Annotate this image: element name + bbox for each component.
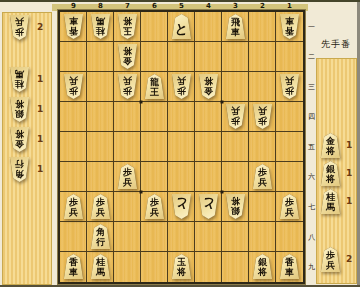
sente-piece-桂馬[interactable]: 桂馬 [90, 254, 111, 279]
square-4-8[interactable] [195, 222, 222, 252]
piece-kanji: 角行 [96, 228, 105, 247]
square-2-2[interactable] [249, 42, 276, 72]
piece-kanji: 香車 [285, 258, 294, 277]
square-4-4[interactable] [195, 102, 222, 132]
square-8-3[interactable] [87, 72, 114, 102]
piece-kanji: と [175, 22, 188, 35]
piece-kanji: 飛車 [231, 18, 240, 37]
piece-face: 歩兵 [279, 74, 300, 99]
piece-face: 香車 [63, 14, 84, 39]
piece-face: 桂馬 [320, 189, 341, 214]
square-6-9[interactable] [141, 252, 168, 282]
gote-piece-金将[interactable]: 金将 [9, 127, 30, 152]
square-3-3[interactable] [222, 72, 249, 102]
piece-kanji: 金将 [123, 46, 132, 65]
gote-piece-歩兵[interactable]: 歩兵 [279, 74, 300, 99]
piece-face: 飛車 [225, 14, 246, 39]
piece-kanji: 歩兵 [258, 168, 267, 187]
square-9-2[interactable] [60, 42, 87, 72]
gote-piece-桂馬[interactable]: 桂馬 [9, 67, 30, 92]
piece-face: 銀将 [320, 161, 341, 186]
hoshi-dot [140, 101, 143, 104]
square-3-8[interactable] [222, 222, 249, 252]
piece-kanji: 歩兵 [258, 106, 267, 125]
gote-hand-count-角行: 1 [37, 164, 51, 174]
square-5-5[interactable] [168, 132, 195, 162]
piece-face: 香車 [279, 254, 300, 279]
shogi-app-window: 987654321 一二三四五六七八九 先手番 香車桂馬玉将と飛車香車金将歩兵歩… [0, 0, 360, 287]
piece-face: と [171, 194, 192, 219]
piece-kanji: 金将 [15, 129, 24, 148]
piece-kanji: 歩兵 [69, 76, 78, 95]
piece-face: 歩兵 [320, 247, 341, 272]
piece-kanji: 桂馬 [326, 193, 335, 212]
piece-face: 角行 [90, 224, 111, 249]
sente-piece-龍王[interactable]: 龍王 [144, 74, 165, 99]
square-9-5[interactable] [60, 132, 87, 162]
square-2-1[interactable] [249, 12, 276, 42]
piece-face: 歩兵 [9, 15, 30, 40]
piece-kanji: と [175, 199, 188, 212]
square-9-6[interactable] [60, 162, 87, 192]
piece-face: 歩兵 [63, 74, 84, 99]
square-4-6[interactable] [195, 162, 222, 192]
piece-kanji: 香車 [69, 258, 78, 277]
square-5-2[interactable] [168, 42, 195, 72]
square-6-2[interactable] [141, 42, 168, 72]
sente-piece-銀将[interactable]: 銀将 [320, 161, 341, 186]
piece-face: 桂馬 [9, 67, 30, 92]
sente-piece-歩兵[interactable]: 歩兵 [279, 194, 300, 219]
piece-face: 歩兵 [252, 164, 273, 189]
piece-kanji: 金将 [326, 137, 335, 156]
piece-kanji: 桂馬 [96, 258, 105, 277]
square-1-8[interactable] [276, 222, 303, 252]
hoshi-dot [221, 191, 224, 194]
sente-piece-と[interactable]: と [171, 14, 192, 39]
piece-face: 銀将 [9, 97, 30, 122]
sente-piece-香車[interactable]: 香車 [279, 254, 300, 279]
square-7-9[interactable] [114, 252, 141, 282]
piece-face: 桂馬 [90, 254, 111, 279]
square-5-8[interactable] [168, 222, 195, 252]
sente-piece-玉将[interactable]: 玉将 [171, 254, 192, 279]
piece-face: 金将 [320, 133, 341, 158]
sente-piece-角行[interactable]: 角行 [90, 224, 111, 249]
sente-piece-歩兵[interactable]: 歩兵 [117, 164, 138, 189]
piece-kanji: 桂馬 [15, 69, 24, 88]
piece-kanji: 桂馬 [96, 16, 105, 35]
sente-piece-金将[interactable]: 金将 [320, 133, 341, 158]
piece-face: 香車 [279, 14, 300, 39]
piece-kanji: 龍王 [150, 78, 159, 97]
square-6-5[interactable] [141, 132, 168, 162]
square-7-4[interactable] [114, 102, 141, 132]
square-4-5[interactable] [195, 132, 222, 162]
sente-piece-歩兵[interactable]: 歩兵 [63, 194, 84, 219]
sente-piece-銀将[interactable]: 銀将 [252, 254, 273, 279]
piece-kanji: 銀将 [326, 165, 335, 184]
gote-hand-count-歩兵: 2 [37, 22, 51, 32]
piece-face: と [171, 14, 192, 39]
square-4-2[interactable] [195, 42, 222, 72]
square-3-9[interactable] [222, 252, 249, 282]
gote-piece-歩兵[interactable]: 歩兵 [117, 74, 138, 99]
gote-piece-銀将[interactable]: 銀将 [9, 97, 30, 122]
gote-hand-count-銀将: 1 [37, 104, 51, 114]
turn-indicator: 先手番 [313, 38, 359, 51]
gote-piece-歩兵[interactable]: 歩兵 [9, 15, 30, 40]
square-8-6[interactable] [87, 162, 114, 192]
sente-piece-香車[interactable]: 香車 [63, 254, 84, 279]
square-6-6[interactable] [141, 162, 168, 192]
piece-kanji: 玉将 [123, 16, 132, 35]
piece-kanji: 玉将 [177, 258, 186, 277]
square-5-4[interactable] [168, 102, 195, 132]
square-6-4[interactable] [141, 102, 168, 132]
piece-face: 龍王 [144, 74, 165, 99]
piece-face: 玉将 [117, 14, 138, 39]
square-7-8[interactable] [114, 222, 141, 252]
sente-piece-歩兵[interactable]: 歩兵 [90, 194, 111, 219]
square-1-2[interactable] [276, 42, 303, 72]
gote-piece-桂馬[interactable]: 桂馬 [90, 14, 111, 39]
square-7-5[interactable] [114, 132, 141, 162]
gote-piece-と[interactable]: と [198, 194, 219, 219]
square-1-6[interactable] [276, 162, 303, 192]
piece-kanji: 歩兵 [326, 251, 335, 270]
square-8-2[interactable] [87, 42, 114, 72]
piece-kanji: 歩兵 [15, 17, 24, 36]
piece-face: 銀将 [252, 254, 273, 279]
gote-piece-歩兵[interactable]: 歩兵 [171, 74, 192, 99]
square-3-5[interactable] [222, 132, 249, 162]
piece-kanji: 銀将 [231, 196, 240, 215]
piece-kanji: 銀将 [258, 258, 267, 277]
square-3-6[interactable] [222, 162, 249, 192]
gote-piece-金将[interactable]: 金将 [117, 44, 138, 69]
square-2-7[interactable] [249, 192, 276, 222]
gote-piece-角行[interactable]: 角行 [9, 157, 30, 182]
piece-kanji: 歩兵 [123, 76, 132, 95]
square-8-4[interactable] [87, 102, 114, 132]
piece-kanji: 金将 [204, 76, 213, 95]
square-8-5[interactable] [87, 132, 114, 162]
gote-piece-香車[interactable]: 香車 [63, 14, 84, 39]
square-9-4[interactable] [60, 102, 87, 132]
piece-kanji: 歩兵 [177, 76, 186, 95]
square-3-2[interactable] [222, 42, 249, 72]
square-5-6[interactable] [168, 162, 195, 192]
piece-face: 歩兵 [63, 194, 84, 219]
piece-face: 歩兵 [117, 164, 138, 189]
hoshi-dot [221, 101, 224, 104]
square-4-1[interactable] [195, 12, 222, 42]
sente-piece-飛車[interactable]: 飛車 [225, 14, 246, 39]
piece-kanji: 歩兵 [150, 198, 159, 217]
sente-piece-歩兵[interactable]: 歩兵 [252, 164, 273, 189]
piece-face: 歩兵 [252, 104, 273, 129]
piece-face: 歩兵 [279, 194, 300, 219]
piece-kanji: 銀将 [15, 99, 24, 118]
sente-piece-歩兵[interactable]: 歩兵 [144, 194, 165, 219]
square-1-5[interactable] [276, 132, 303, 162]
piece-face: 角行 [9, 157, 30, 182]
square-1-4[interactable] [276, 102, 303, 132]
gote-piece-歩兵[interactable]: 歩兵 [252, 104, 273, 129]
gote-piece-銀将[interactable]: 銀将 [225, 194, 246, 219]
piece-face: 香車 [63, 254, 84, 279]
square-2-5[interactable] [249, 132, 276, 162]
piece-face: 歩兵 [144, 194, 165, 219]
piece-face: 歩兵 [117, 74, 138, 99]
piece-kanji: 歩兵 [285, 76, 294, 95]
square-6-1[interactable] [141, 12, 168, 42]
square-6-8[interactable] [141, 222, 168, 252]
piece-face: と [198, 194, 219, 219]
piece-face: 銀将 [225, 194, 246, 219]
piece-face: 歩兵 [171, 74, 192, 99]
piece-kanji: 香車 [69, 16, 78, 35]
piece-kanji: 歩兵 [231, 106, 240, 125]
piece-face: 玉将 [171, 254, 192, 279]
piece-face: 歩兵 [90, 194, 111, 219]
square-7-7[interactable] [114, 192, 141, 222]
sente-piece-歩兵[interactable]: 歩兵 [320, 247, 341, 272]
gote-piece-と[interactable]: と [171, 194, 192, 219]
sente-piece-桂馬[interactable]: 桂馬 [320, 189, 341, 214]
gote-piece-歩兵[interactable]: 歩兵 [225, 104, 246, 129]
piece-kanji: 歩兵 [123, 168, 132, 187]
piece-kanji: 歩兵 [69, 198, 78, 217]
gote-piece-玉将[interactable]: 玉将 [117, 14, 138, 39]
gote-piece-香車[interactable]: 香車 [279, 14, 300, 39]
piece-face: 金将 [198, 74, 219, 99]
piece-kanji: 香車 [285, 16, 294, 35]
gote-hand-count-桂馬: 1 [37, 74, 51, 84]
hoshi-dot [140, 191, 143, 194]
piece-face: 桂馬 [90, 14, 111, 39]
gote-piece-歩兵[interactable]: 歩兵 [63, 74, 84, 99]
square-2-3[interactable] [249, 72, 276, 102]
square-2-8[interactable] [249, 222, 276, 252]
piece-kanji: と [202, 199, 215, 212]
piece-face: 金将 [9, 127, 30, 152]
piece-kanji: 歩兵 [96, 198, 105, 217]
gote-hand-count-金将: 1 [37, 134, 51, 144]
piece-kanji: 歩兵 [285, 198, 294, 217]
piece-face: 金将 [117, 44, 138, 69]
gote-piece-金将[interactable]: 金将 [198, 74, 219, 99]
square-4-9[interactable] [195, 252, 222, 282]
piece-kanji: 角行 [15, 159, 24, 178]
square-9-8[interactable] [60, 222, 87, 252]
piece-face: 歩兵 [225, 104, 246, 129]
